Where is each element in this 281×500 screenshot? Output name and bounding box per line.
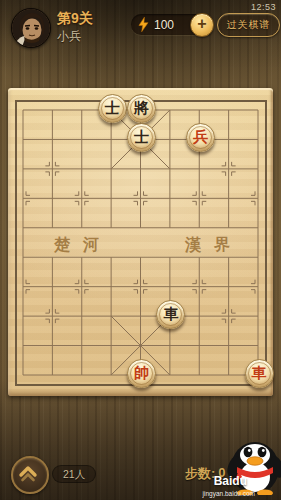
- piece-red-兵[interactable]: 兵: [186, 123, 215, 152]
- piece-character: 士: [134, 130, 149, 145]
- status-clock: 12:53: [251, 2, 276, 12]
- avatar[interactable]: [11, 8, 51, 48]
- lightning-icon: [138, 17, 149, 32]
- expand-button[interactable]: [11, 456, 49, 494]
- level-label: 第9关: [57, 10, 93, 28]
- piece-character: 將: [134, 101, 149, 116]
- add-energy-button[interactable]: +: [190, 13, 214, 37]
- piece-character: 兵: [193, 130, 208, 145]
- piece-black-將[interactable]: 將: [127, 94, 156, 123]
- chevron-up-icon: [13, 458, 43, 488]
- steps-label: 步数:: [185, 465, 215, 483]
- piece-character: 帥: [134, 366, 149, 381]
- piece-character: 車: [163, 307, 178, 322]
- piece-character: 車: [252, 366, 267, 381]
- piece-black-士[interactable]: 士: [98, 94, 127, 123]
- piece-red-帥[interactable]: 帥: [127, 359, 156, 388]
- energy-pill: 100 +: [131, 14, 213, 35]
- xiangqi-board[interactable]: 楚河 漢界 士將士兵車帥車: [8, 88, 273, 396]
- piece-red-車[interactable]: 車: [245, 359, 274, 388]
- energy-value: 100: [154, 18, 174, 32]
- avatar-face-icon: [12, 9, 50, 47]
- watermark-brand: Baidu: [214, 474, 247, 488]
- game-screen: 12:53 第9关 小兵 100 + 过关棋谱 楚河 漢界 士將士: [0, 0, 281, 500]
- piece-character: 士: [105, 101, 120, 116]
- kifu-button[interactable]: 过关棋谱: [217, 13, 280, 37]
- watermark-url: jingyan.baidu.com: [203, 490, 255, 497]
- rank-label: 小兵: [57, 28, 81, 45]
- players-count-badge[interactable]: 21人: [52, 465, 96, 483]
